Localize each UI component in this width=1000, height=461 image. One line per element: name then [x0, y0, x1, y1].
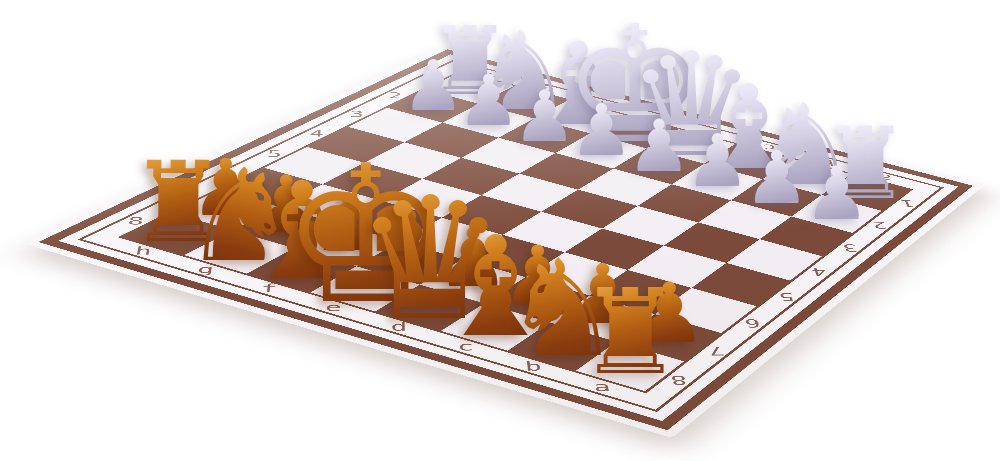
chess-set-photo: h8h8g7g7f6f6e5e5d4d4c3c3b2b2a1a1 ♜♞♝♛♚♝♞…: [0, 0, 1000, 461]
chessboard-mat: h8h8g7g7f6f6e5e5d4d4c3c3b2b2a1a1: [22, 45, 985, 438]
board-squares: [123, 72, 910, 391]
